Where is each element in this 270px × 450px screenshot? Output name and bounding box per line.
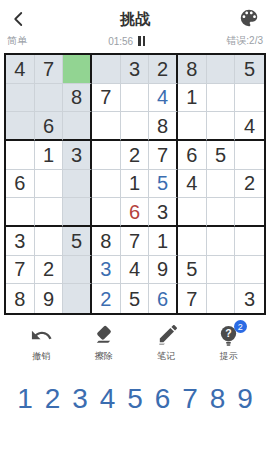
numpad-4[interactable]: 4 — [96, 383, 120, 415]
sudoku-grid: 4732858741684132765615426335871723495892… — [4, 53, 266, 315]
cell-r4c7[interactable]: 6 — [178, 141, 207, 170]
cell-r1c6[interactable]: 2 — [149, 55, 178, 84]
theme-button[interactable] — [238, 7, 260, 29]
numpad-9[interactable]: 9 — [233, 383, 257, 415]
cell-r7c5[interactable]: 7 — [121, 227, 150, 256]
cell-r9c4[interactable]: 2 — [92, 284, 121, 313]
cell-r2c2[interactable] — [35, 84, 64, 113]
numpad-5[interactable]: 5 — [123, 383, 147, 415]
cell-r8c1[interactable]: 7 — [6, 256, 35, 285]
undo-label: 撤销 — [32, 350, 50, 363]
cell-r8c9[interactable] — [235, 256, 264, 285]
cell-r5c6[interactable]: 5 — [149, 170, 178, 199]
cell-r2c9[interactable] — [235, 84, 264, 113]
number-pad: 123456789 — [0, 383, 270, 415]
undo-icon — [30, 324, 53, 347]
cell-r9c9[interactable]: 3 — [235, 284, 264, 313]
pencil-icon — [155, 324, 178, 347]
cell-r4c9[interactable] — [235, 141, 264, 170]
cell-r5c7[interactable]: 4 — [178, 170, 207, 199]
back-button[interactable] — [8, 8, 30, 30]
cell-r6c9[interactable] — [235, 198, 264, 227]
cell-r6c7[interactable] — [178, 198, 207, 227]
cell-r7c7[interactable] — [178, 227, 207, 256]
cell-r8c2[interactable]: 2 — [35, 256, 64, 285]
cell-r7c6[interactable]: 1 — [149, 227, 178, 256]
cell-r6c3[interactable] — [63, 198, 92, 227]
cell-r8c5[interactable]: 4 — [121, 256, 150, 285]
pause-button[interactable] — [138, 36, 145, 46]
toolbar: 撤销 擦除 笔记 ? 2 提示 — [0, 324, 270, 363]
chevron-left-icon — [10, 10, 28, 28]
cell-r4c8[interactable]: 5 — [207, 141, 236, 170]
cell-r7c2[interactable] — [35, 227, 64, 256]
cell-r6c5[interactable]: 6 — [121, 198, 150, 227]
header: 挑战 — [0, 0, 270, 32]
cell-r2c5[interactable] — [121, 84, 150, 113]
cell-r1c5[interactable]: 3 — [121, 55, 150, 84]
cell-r9c8[interactable] — [207, 284, 236, 313]
cell-r3c9[interactable]: 4 — [235, 112, 264, 141]
cell-r3c2[interactable]: 6 — [35, 112, 64, 141]
numpad-2[interactable]: 2 — [41, 383, 65, 415]
cell-r8c8[interactable] — [207, 256, 236, 285]
cell-r4c6[interactable]: 7 — [149, 141, 178, 170]
cell-r2c7[interactable]: 1 — [178, 84, 207, 113]
cell-r1c1[interactable]: 4 — [6, 55, 35, 84]
erase-label: 擦除 — [95, 350, 113, 363]
cell-r5c8[interactable] — [207, 170, 236, 199]
cell-r7c9[interactable] — [235, 227, 264, 256]
cell-r2c4[interactable]: 7 — [92, 84, 121, 113]
hint-label: 提示 — [220, 350, 238, 363]
cell-r7c3[interactable]: 5 — [63, 227, 92, 256]
cell-r3c1[interactable] — [6, 112, 35, 141]
cell-r9c5[interactable]: 5 — [121, 284, 150, 313]
cell-r4c1[interactable] — [6, 141, 35, 170]
cell-r9c6[interactable]: 6 — [149, 284, 178, 313]
numpad-6[interactable]: 6 — [151, 383, 175, 415]
cell-r2c3[interactable]: 8 — [63, 84, 92, 113]
hint-button[interactable]: ? 2 提示 — [205, 324, 253, 363]
cell-r8c3[interactable] — [63, 256, 92, 285]
svg-text:?: ? — [226, 327, 232, 339]
hint-badge: 2 — [234, 320, 247, 333]
cell-r2c6[interactable]: 4 — [149, 84, 178, 113]
page-title: 挑战 — [120, 10, 150, 29]
cell-r6c4[interactable] — [92, 198, 121, 227]
status-bar: 简单 01:56 错误:2/3 — [0, 32, 270, 48]
cell-r3c7[interactable] — [178, 112, 207, 141]
cell-r1c7[interactable]: 8 — [178, 55, 207, 84]
cell-r9c1[interactable]: 8 — [6, 284, 35, 313]
cell-r5c4[interactable] — [92, 170, 121, 199]
cell-r7c1[interactable]: 3 — [6, 227, 35, 256]
cell-r6c2[interactable] — [35, 198, 64, 227]
palette-icon — [238, 7, 260, 29]
cell-r3c4[interactable] — [92, 112, 121, 141]
cell-r5c9[interactable]: 2 — [235, 170, 264, 199]
cell-r3c6[interactable]: 8 — [149, 112, 178, 141]
cell-r1c3[interactable] — [63, 55, 92, 84]
cell-r6c6[interactable]: 3 — [149, 198, 178, 227]
cell-r6c1[interactable] — [6, 198, 35, 227]
difficulty-label: 简单 — [7, 34, 27, 48]
numpad-3[interactable]: 3 — [68, 383, 92, 415]
cell-r7c4[interactable]: 8 — [92, 227, 121, 256]
cell-r3c5[interactable] — [121, 112, 150, 141]
cell-r1c9[interactable]: 5 — [235, 55, 264, 84]
numpad-1[interactable]: 1 — [13, 383, 37, 415]
cell-r1c8[interactable] — [207, 55, 236, 84]
notes-button[interactable]: 笔记 — [142, 324, 190, 363]
cell-r2c1[interactable] — [6, 84, 35, 113]
erase-button[interactable]: 擦除 — [80, 324, 128, 363]
undo-button[interactable]: 撤销 — [17, 324, 65, 363]
cell-r5c2[interactable] — [35, 170, 64, 199]
cell-r8c7[interactable]: 5 — [178, 256, 207, 285]
cell-r1c2[interactable]: 7 — [35, 55, 64, 84]
eraser-icon — [92, 324, 115, 347]
cell-r4c4[interactable] — [92, 141, 121, 170]
errors-counter: 错误:2/3 — [226, 34, 263, 48]
numpad-7[interactable]: 7 — [178, 383, 202, 415]
cell-r9c3[interactable] — [63, 284, 92, 313]
numpad-8[interactable]: 8 — [206, 383, 230, 415]
cell-r7c8[interactable] — [207, 227, 236, 256]
cell-r5c1[interactable]: 6 — [6, 170, 35, 199]
cell-r9c2[interactable]: 9 — [35, 284, 64, 313]
cell-r6c8[interactable] — [207, 198, 236, 227]
cell-r3c3[interactable] — [63, 112, 92, 141]
timer: 01:56 — [108, 36, 133, 47]
cell-r5c5[interactable]: 1 — [121, 170, 150, 199]
cell-r4c5[interactable]: 2 — [121, 141, 150, 170]
cell-r5c3[interactable] — [63, 170, 92, 199]
cell-r8c6[interactable]: 9 — [149, 256, 178, 285]
cell-r4c3[interactable]: 3 — [63, 141, 92, 170]
notes-label: 笔记 — [157, 350, 175, 363]
cell-r2c8[interactable] — [207, 84, 236, 113]
cell-r8c4[interactable]: 3 — [92, 256, 121, 285]
cell-r3c8[interactable] — [207, 112, 236, 141]
cell-r1c4[interactable] — [92, 55, 121, 84]
cell-r9c7[interactable]: 7 — [178, 284, 207, 313]
cell-r4c2[interactable]: 1 — [35, 141, 64, 170]
